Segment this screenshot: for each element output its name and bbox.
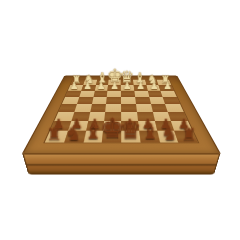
square: ♟ xyxy=(94,85,108,91)
square xyxy=(74,104,91,112)
square xyxy=(168,112,188,121)
square xyxy=(104,112,121,121)
white-bishop: ♝ xyxy=(134,71,146,85)
square: ♟ xyxy=(86,121,105,131)
page-background: { "game": "chess", "scene": { "type": "p… xyxy=(0,0,240,240)
square xyxy=(152,112,171,121)
square: ♚ xyxy=(102,131,121,143)
square xyxy=(88,112,106,121)
square xyxy=(165,104,183,112)
square: ♜ xyxy=(175,131,198,143)
square xyxy=(90,104,106,112)
square xyxy=(92,97,107,104)
square: ♝ xyxy=(83,131,103,143)
square xyxy=(163,97,180,104)
square xyxy=(121,97,136,104)
square: ♟ xyxy=(108,85,121,91)
white-rook: ♜ xyxy=(72,74,82,85)
square xyxy=(105,104,121,112)
square: ♛ xyxy=(121,131,140,143)
white-rook: ♜ xyxy=(160,74,170,85)
square: ♟ xyxy=(50,121,71,131)
box-front-face xyxy=(22,153,220,174)
square xyxy=(137,112,155,121)
board-surface: ♜♞♝♚♛♝♞♜♟♟♟♟♟♟♟♟♟♟♟♟♟♟♟♟♜♞♝♚♛♝♞♜ xyxy=(43,79,199,143)
square: ♟ xyxy=(68,121,88,131)
square: ♟ xyxy=(121,85,134,91)
square: ♟ xyxy=(103,121,121,131)
square xyxy=(121,112,138,121)
square: ♟ xyxy=(81,85,95,91)
chess-board: ♜♞♝♚♛♝♞♜♟♟♟♟♟♟♟♟♟♟♟♟♟♟♟♟♜♞♝♚♛♝♞♜ xyxy=(22,76,222,155)
square xyxy=(106,97,121,104)
white-bishop: ♝ xyxy=(96,71,108,85)
square: ♟ xyxy=(121,121,139,131)
square xyxy=(121,104,137,112)
square: ♟ xyxy=(159,85,174,91)
square xyxy=(136,104,153,112)
chess-set-photo: ♜♞♝♚♛♝♞♜♟♟♟♟♟♟♟♟♟♟♟♟♟♟♟♟♜♞♝♚♛♝♞♜ xyxy=(49,32,191,174)
square xyxy=(58,104,76,112)
square: ♟ xyxy=(171,121,192,131)
white-knight: ♞ xyxy=(84,73,95,85)
square xyxy=(151,104,168,112)
